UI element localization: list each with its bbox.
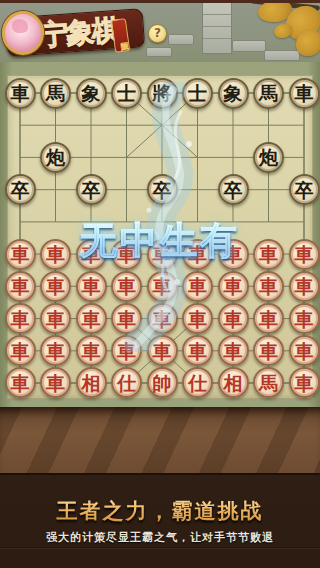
piece-glyph: 帥 bbox=[153, 373, 172, 393]
piece-glyph: 車 bbox=[153, 244, 172, 264]
piece-red-7-6[interactable]: 車 bbox=[218, 303, 249, 334]
piece-glyph: 士 bbox=[188, 83, 207, 103]
piece-red-7-8[interactable]: 車 bbox=[289, 303, 320, 334]
piece-glyph: 車 bbox=[153, 341, 172, 361]
piece-red-8-2[interactable]: 車 bbox=[76, 335, 107, 366]
piece-red-8-3[interactable]: 車 bbox=[111, 335, 142, 366]
piece-glyph: 卒 bbox=[295, 180, 314, 200]
piece-red-5-5[interactable]: 車 bbox=[182, 239, 213, 270]
piece-black-2-1[interactable]: 炮 bbox=[40, 142, 71, 173]
piece-glyph: 仕 bbox=[117, 373, 136, 393]
piece-red-7-7[interactable]: 車 bbox=[253, 303, 284, 334]
piece-black-0-5[interactable]: 士 bbox=[182, 78, 213, 109]
piece-glyph: 馬 bbox=[46, 83, 65, 103]
piece-black-3-0[interactable]: 卒 bbox=[5, 174, 36, 205]
piece-red-6-5[interactable]: 車 bbox=[182, 271, 213, 302]
piece-glyph: 車 bbox=[153, 309, 172, 329]
pieces-layer: 車馬象士將士象馬車炮炮卒卒卒卒卒車車車車車車車車車車車車車車車車車車車車車車車車… bbox=[0, 62, 320, 407]
piece-glyph: 卒 bbox=[82, 180, 101, 200]
top-border bbox=[0, 0, 320, 3]
piece-glyph: 車 bbox=[224, 244, 243, 264]
piece-black-0-4[interactable]: 將 bbox=[147, 78, 178, 109]
piece-glyph: 車 bbox=[295, 373, 314, 393]
piece-red-7-0[interactable]: 車 bbox=[5, 303, 36, 334]
piece-red-9-1[interactable]: 車 bbox=[40, 367, 71, 398]
piece-red-8-6[interactable]: 車 bbox=[218, 335, 249, 366]
piece-black-0-7[interactable]: 馬 bbox=[253, 78, 284, 109]
piece-glyph: 車 bbox=[295, 244, 314, 264]
piece-glyph: 卒 bbox=[11, 180, 30, 200]
wood-table bbox=[0, 407, 320, 473]
piece-glyph: 卒 bbox=[224, 180, 243, 200]
piece-red-6-3[interactable]: 車 bbox=[111, 271, 142, 302]
piece-glyph: 車 bbox=[46, 309, 65, 329]
stone-step bbox=[232, 40, 266, 52]
piece-red-6-6[interactable]: 車 bbox=[218, 271, 249, 302]
piece-red-8-4[interactable]: 車 bbox=[147, 335, 178, 366]
piece-glyph: 車 bbox=[259, 244, 278, 264]
stone-step bbox=[264, 50, 300, 61]
piece-red-8-5[interactable]: 車 bbox=[182, 335, 213, 366]
stone-lantern bbox=[202, 2, 232, 54]
piece-red-9-0[interactable]: 車 bbox=[5, 367, 36, 398]
piece-red-5-7[interactable]: 車 bbox=[253, 239, 284, 270]
piece-glyph: 車 bbox=[224, 276, 243, 296]
piece-red-8-1[interactable]: 車 bbox=[40, 335, 71, 366]
piece-black-3-8[interactable]: 卒 bbox=[289, 174, 320, 205]
piece-red-6-8[interactable]: 車 bbox=[289, 271, 320, 302]
piece-glyph: 車 bbox=[46, 276, 65, 296]
piece-glyph: 車 bbox=[259, 276, 278, 296]
piece-black-3-2[interactable]: 卒 bbox=[76, 174, 107, 205]
piece-glyph: 車 bbox=[46, 244, 65, 264]
piece-red-5-0[interactable]: 車 bbox=[5, 239, 36, 270]
piece-glyph: 車 bbox=[224, 309, 243, 329]
piece-glyph: 車 bbox=[295, 341, 314, 361]
promo-headline: 王者之力，霸道挑战 bbox=[0, 497, 320, 525]
piece-red-6-1[interactable]: 車 bbox=[40, 271, 71, 302]
piece-glyph: 車 bbox=[224, 341, 243, 361]
piece-glyph: 車 bbox=[188, 244, 207, 264]
piece-red-9-2[interactable]: 相 bbox=[76, 367, 107, 398]
piece-glyph: 車 bbox=[11, 276, 30, 296]
piece-glyph: 車 bbox=[82, 309, 101, 329]
piece-glyph: 車 bbox=[11, 83, 30, 103]
piece-red-6-7[interactable]: 車 bbox=[253, 271, 284, 302]
piece-glyph: 車 bbox=[82, 341, 101, 361]
piece-glyph: 馬 bbox=[259, 83, 278, 103]
piece-red-9-7[interactable]: 馬 bbox=[253, 367, 284, 398]
stone-step bbox=[168, 34, 194, 45]
piece-black-0-8[interactable]: 車 bbox=[289, 78, 320, 109]
piece-glyph: 車 bbox=[117, 244, 136, 264]
piece-glyph: 相 bbox=[82, 373, 101, 393]
help-button[interactable]: ? bbox=[148, 24, 167, 43]
piece-glyph: 車 bbox=[295, 83, 314, 103]
piece-red-6-4[interactable]: 車 bbox=[147, 271, 178, 302]
piece-glyph: 車 bbox=[117, 276, 136, 296]
piece-glyph: 車 bbox=[188, 309, 207, 329]
piece-red-7-4[interactable]: 車 bbox=[147, 303, 178, 334]
piece-red-5-6[interactable]: 車 bbox=[218, 239, 249, 270]
piece-red-5-1[interactable]: 車 bbox=[40, 239, 71, 270]
piece-red-7-2[interactable]: 車 bbox=[76, 303, 107, 334]
piece-glyph: 車 bbox=[82, 244, 101, 264]
piece-glyph: 卒 bbox=[153, 180, 172, 200]
promo-subline: 强大的计策尽显王霸之气，让对手节节败退 bbox=[0, 530, 320, 545]
piece-glyph: 車 bbox=[46, 341, 65, 361]
piece-glyph: 車 bbox=[259, 341, 278, 361]
piece-black-3-4[interactable]: 卒 bbox=[147, 174, 178, 205]
piece-glyph: 車 bbox=[11, 341, 30, 361]
piece-glyph: 車 bbox=[188, 276, 207, 296]
piece-red-9-6[interactable]: 相 bbox=[218, 367, 249, 398]
piece-black-0-1[interactable]: 馬 bbox=[40, 78, 71, 109]
piece-red-9-8[interactable]: 車 bbox=[289, 367, 320, 398]
piece-red-8-0[interactable]: 車 bbox=[5, 335, 36, 366]
piece-red-8-8[interactable]: 車 bbox=[289, 335, 320, 366]
piece-red-5-4[interactable]: 車 bbox=[147, 239, 178, 270]
piece-glyph: 將 bbox=[153, 83, 172, 103]
piece-glyph: 車 bbox=[295, 309, 314, 329]
piece-glyph: 車 bbox=[11, 244, 30, 264]
stone-step bbox=[146, 47, 172, 57]
piece-red-7-5[interactable]: 車 bbox=[182, 303, 213, 334]
piece-glyph: 車 bbox=[11, 309, 30, 329]
promo-banner: 王者之力，霸道挑战 强大的计策尽显王霸之气，让对手节节败退 bbox=[0, 473, 320, 568]
piece-glyph: 車 bbox=[153, 276, 172, 296]
piece-glyph: 馬 bbox=[259, 373, 278, 393]
piece-red-7-3[interactable]: 車 bbox=[111, 303, 142, 334]
piece-red-6-0[interactable]: 車 bbox=[5, 271, 36, 302]
piece-glyph: 相 bbox=[224, 373, 243, 393]
piece-glyph: 車 bbox=[82, 276, 101, 296]
piece-red-7-1[interactable]: 車 bbox=[40, 303, 71, 334]
piece-black-0-6[interactable]: 象 bbox=[218, 78, 249, 109]
piece-glyph: 炮 bbox=[46, 147, 65, 167]
piece-glyph: 車 bbox=[117, 309, 136, 329]
game-screen: 万宁象棋 大招版 ? 車馬象士將士象馬車炮炮卒卒卒卒卒車車車車車車車車車車車車車… bbox=[0, 0, 320, 568]
character-medallion bbox=[2, 11, 44, 55]
piece-black-3-6[interactable]: 卒 bbox=[218, 174, 249, 205]
piece-glyph: 仕 bbox=[188, 373, 207, 393]
piece-glyph: 車 bbox=[295, 276, 314, 296]
piece-glyph: 象 bbox=[82, 83, 101, 103]
piece-red-9-3[interactable]: 仕 bbox=[111, 367, 142, 398]
tree-leaves bbox=[274, 24, 292, 38]
piece-red-9-5[interactable]: 仕 bbox=[182, 367, 213, 398]
piece-red-6-2[interactable]: 車 bbox=[76, 271, 107, 302]
piece-glyph: 炮 bbox=[259, 147, 278, 167]
piece-black-0-0[interactable]: 車 bbox=[5, 78, 36, 109]
piece-black-0-3[interactable]: 士 bbox=[111, 78, 142, 109]
piece-red-9-4[interactable]: 帥 bbox=[147, 367, 178, 398]
piece-black-0-2[interactable]: 象 bbox=[76, 78, 107, 109]
piece-red-8-7[interactable]: 車 bbox=[253, 335, 284, 366]
tree-leaves bbox=[296, 30, 320, 56]
piece-glyph: 車 bbox=[11, 373, 30, 393]
piece-red-5-8[interactable]: 車 bbox=[289, 239, 320, 270]
piece-black-2-7[interactable]: 炮 bbox=[253, 142, 284, 173]
xiangqi-board[interactable]: 車馬象士將士象馬車炮炮卒卒卒卒卒車車車車車車車車車車車車車車車車車車車車車車車車… bbox=[0, 62, 320, 407]
piece-red-5-2[interactable]: 車 bbox=[76, 239, 107, 270]
top-scene: 万宁象棋 大招版 ? bbox=[0, 0, 320, 62]
piece-glyph: 士 bbox=[117, 83, 136, 103]
piece-glyph: 車 bbox=[117, 341, 136, 361]
piece-glyph: 象 bbox=[224, 83, 243, 103]
piece-red-5-3[interactable]: 車 bbox=[111, 239, 142, 270]
piece-glyph: 車 bbox=[46, 373, 65, 393]
piece-glyph: 車 bbox=[259, 309, 278, 329]
piece-glyph: 車 bbox=[188, 341, 207, 361]
